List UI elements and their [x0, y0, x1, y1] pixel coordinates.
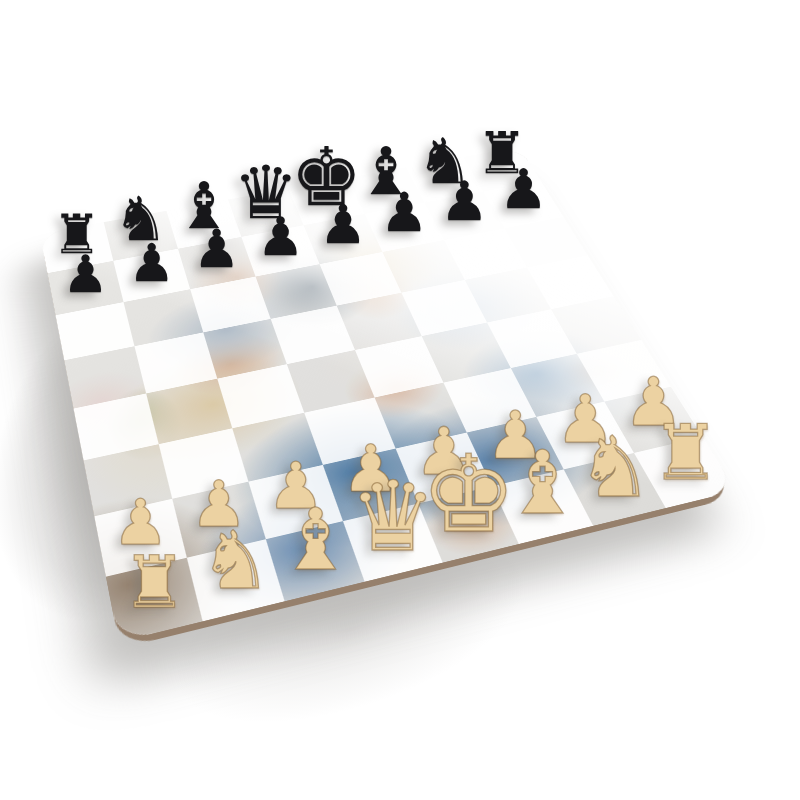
piece-white-rook[interactable]: ♜	[122, 547, 186, 619]
piece-white-knight[interactable]: ♞	[577, 426, 652, 510]
piece-white-rook[interactable]: ♜	[651, 415, 719, 491]
piece-white-queen[interactable]: ♛	[349, 468, 436, 565]
piece-black-pawn[interactable]: ♟	[319, 198, 367, 252]
product-photo-stage: ♜♞♝♛♚♝♞♜♟♟♟♟♟♟♟♟♟♟♟♟♟♟♟♟♜♞♝♛♚♝♞♜	[0, 0, 800, 800]
piece-black-pawn[interactable]: ♟	[193, 223, 240, 276]
piece-black-pawn[interactable]: ♟	[128, 236, 175, 288]
piece-black-pawn[interactable]: ♟	[499, 163, 548, 218]
piece-black-pawn[interactable]: ♟	[257, 211, 305, 264]
piece-black-pawn[interactable]: ♟	[380, 186, 428, 240]
piece-white-bishop[interactable]: ♝	[277, 497, 353, 582]
piece-white-knight[interactable]: ♞	[200, 520, 272, 600]
piece-black-pawn[interactable]: ♟	[62, 249, 108, 301]
piece-black-pawn[interactable]: ♟	[440, 174, 489, 228]
